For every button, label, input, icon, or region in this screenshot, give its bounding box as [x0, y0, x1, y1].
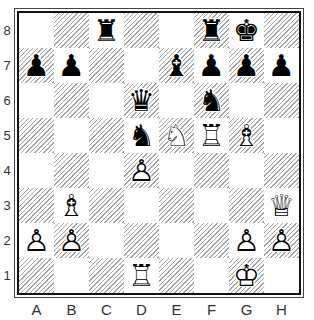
white-bishop-fill-layer: ♝ — [54, 188, 89, 223]
square-g5[interactable]: ♝♗ — [229, 118, 264, 153]
square-h8[interactable] — [264, 13, 299, 48]
square-b6[interactable] — [54, 83, 89, 118]
rank-label-1: 1 — [0, 258, 14, 293]
square-h6[interactable] — [264, 83, 299, 118]
file-label-e: E — [159, 300, 194, 318]
square-h5[interactable] — [264, 118, 299, 153]
piece-black-pawn: ♟ — [264, 48, 299, 83]
file-label-c: C — [89, 300, 124, 318]
square-f1[interactable] — [194, 258, 229, 293]
piece-white-pawn: ♙ — [54, 223, 89, 258]
file-label-g: G — [229, 300, 264, 318]
square-e1[interactable] — [159, 258, 194, 293]
square-c6[interactable] — [89, 83, 124, 118]
white-rook-fill-layer: ♜ — [194, 118, 229, 153]
square-b5[interactable] — [54, 118, 89, 153]
square-b3[interactable]: ♝♗ — [54, 188, 89, 223]
square-e5[interactable]: ♞♘ — [159, 118, 194, 153]
rank-label-4: 4 — [0, 153, 14, 188]
rank-label-6: 6 — [0, 83, 14, 118]
square-g3[interactable] — [229, 188, 264, 223]
square-g1[interactable]: ♚♔ — [229, 258, 264, 293]
square-f6[interactable]: ♞ — [194, 83, 229, 118]
white-bishop-fill-layer: ♝ — [229, 118, 264, 153]
file-label-a: A — [19, 300, 54, 318]
square-e4[interactable] — [159, 153, 194, 188]
square-b7[interactable]: ♟ — [54, 48, 89, 83]
square-b2[interactable]: ♟♙ — [54, 223, 89, 258]
square-b8[interactable] — [54, 13, 89, 48]
square-h3[interactable]: ♛♕ — [264, 188, 299, 223]
square-d4[interactable]: ♟♙ — [124, 153, 159, 188]
rank-labels: 87654321 — [0, 8, 14, 298]
square-h1[interactable] — [264, 258, 299, 293]
square-f2[interactable] — [194, 223, 229, 258]
piece-white-queen: ♕ — [264, 188, 299, 223]
board-border: ♜♜♚♟♟♝♟♟♟♛♞♞♞♘♜♖♝♗♟♙♝♗♛♕♟♙♟♙♟♙♟♙♜♖♚♔ — [17, 11, 301, 295]
white-pawn-fill-layer: ♟ — [124, 153, 159, 188]
corner-spacer — [0, 298, 14, 318]
piece-white-rook: ♖ — [124, 258, 159, 293]
square-c4[interactable] — [89, 153, 124, 188]
white-queen-fill-layer: ♛ — [264, 188, 299, 223]
rank-label-5: 5 — [0, 118, 14, 153]
rank-label-7: 7 — [0, 48, 14, 83]
piece-black-knight: ♞ — [194, 83, 229, 118]
file-label-h: H — [264, 300, 299, 318]
square-h4[interactable] — [264, 153, 299, 188]
board-frame: ♜♜♚♟♟♝♟♟♟♛♞♞♞♘♜♖♝♗♟♙♝♗♛♕♟♙♟♙♟♙♟♙♜♖♚♔ — [14, 8, 304, 298]
piece-black-rook: ♜ — [89, 13, 124, 48]
square-c8[interactable]: ♜ — [89, 13, 124, 48]
piece-white-knight: ♘ — [159, 118, 194, 153]
square-a3[interactable] — [19, 188, 54, 223]
chess-diagram: 87654321 ♜♜♚♟♟♝♟♟♟♛♞♞♞♘♜♖♝♗♟♙♝♗♛♕♟♙♟♙♟♙♟… — [0, 8, 304, 318]
square-f4[interactable] — [194, 153, 229, 188]
square-g7[interactable]: ♟ — [229, 48, 264, 83]
square-d5[interactable]: ♞ — [124, 118, 159, 153]
piece-white-rook: ♖ — [194, 118, 229, 153]
white-knight-fill-layer: ♞ — [159, 118, 194, 153]
square-a5[interactable] — [19, 118, 54, 153]
square-a4[interactable] — [19, 153, 54, 188]
square-c5[interactable] — [89, 118, 124, 153]
file-labels: ABCDEFGH — [14, 300, 304, 318]
square-d3[interactable] — [124, 188, 159, 223]
piece-white-bishop: ♗ — [229, 118, 264, 153]
square-a8[interactable] — [19, 13, 54, 48]
piece-black-knight: ♞ — [124, 118, 159, 153]
piece-black-pawn: ♟ — [54, 48, 89, 83]
piece-white-pawn: ♙ — [124, 153, 159, 188]
square-c7[interactable] — [89, 48, 124, 83]
piece-black-pawn: ♟ — [194, 48, 229, 83]
square-c3[interactable] — [89, 188, 124, 223]
file-label-d: D — [124, 300, 159, 318]
square-e7[interactable]: ♝ — [159, 48, 194, 83]
square-d2[interactable] — [124, 223, 159, 258]
square-d7[interactable] — [124, 48, 159, 83]
square-f7[interactable]: ♟ — [194, 48, 229, 83]
square-g8[interactable]: ♚ — [229, 13, 264, 48]
file-label-f: F — [194, 300, 229, 318]
piece-white-pawn: ♙ — [229, 223, 264, 258]
square-h2[interactable]: ♟♙ — [264, 223, 299, 258]
chess-board: ♜♜♚♟♟♝♟♟♟♛♞♞♞♘♜♖♝♗♟♙♝♗♛♕♟♙♟♙♟♙♟♙♜♖♚♔ — [19, 13, 299, 293]
square-f3[interactable] — [194, 188, 229, 223]
square-c2[interactable] — [89, 223, 124, 258]
white-pawn-fill-layer: ♟ — [19, 223, 54, 258]
square-c1[interactable] — [89, 258, 124, 293]
square-b1[interactable] — [54, 258, 89, 293]
rank-label-8: 8 — [0, 13, 14, 48]
square-d8[interactable] — [124, 13, 159, 48]
piece-black-rook: ♜ — [194, 13, 229, 48]
square-a6[interactable] — [19, 83, 54, 118]
piece-black-king: ♚ — [229, 13, 264, 48]
piece-white-bishop: ♗ — [54, 188, 89, 223]
square-d6[interactable]: ♛ — [124, 83, 159, 118]
square-e2[interactable] — [159, 223, 194, 258]
piece-white-pawn: ♙ — [264, 223, 299, 258]
square-h7[interactable]: ♟ — [264, 48, 299, 83]
square-b4[interactable] — [54, 153, 89, 188]
square-e8[interactable] — [159, 13, 194, 48]
piece-white-pawn: ♙ — [19, 223, 54, 258]
square-g6[interactable] — [229, 83, 264, 118]
chess-diagram-page: 87654321 ♜♜♚♟♟♝♟♟♟♛♞♞♞♘♜♖♝♗♟♙♝♗♛♕♟♙♟♙♟♙♟… — [0, 0, 314, 320]
piece-white-king: ♔ — [229, 258, 264, 293]
square-f8[interactable]: ♜ — [194, 13, 229, 48]
white-pawn-fill-layer: ♟ — [54, 223, 89, 258]
piece-black-pawn: ♟ — [229, 48, 264, 83]
square-a1[interactable] — [19, 258, 54, 293]
square-e3[interactable] — [159, 188, 194, 223]
piece-black-queen: ♛ — [124, 83, 159, 118]
white-pawn-fill-layer: ♟ — [229, 223, 264, 258]
white-rook-fill-layer: ♜ — [124, 258, 159, 293]
square-d1[interactable]: ♜♖ — [124, 258, 159, 293]
square-a2[interactable]: ♟♙ — [19, 223, 54, 258]
square-a7[interactable]: ♟ — [19, 48, 54, 83]
rank-label-2: 2 — [0, 223, 14, 258]
file-label-b: B — [54, 300, 89, 318]
piece-black-pawn: ♟ — [19, 48, 54, 83]
white-pawn-fill-layer: ♟ — [264, 223, 299, 258]
square-f5[interactable]: ♜♖ — [194, 118, 229, 153]
square-g2[interactable]: ♟♙ — [229, 223, 264, 258]
square-e6[interactable] — [159, 83, 194, 118]
piece-black-bishop: ♝ — [159, 48, 194, 83]
white-king-fill-layer: ♚ — [229, 258, 264, 293]
square-g4[interactable] — [229, 153, 264, 188]
rank-label-3: 3 — [0, 188, 14, 223]
